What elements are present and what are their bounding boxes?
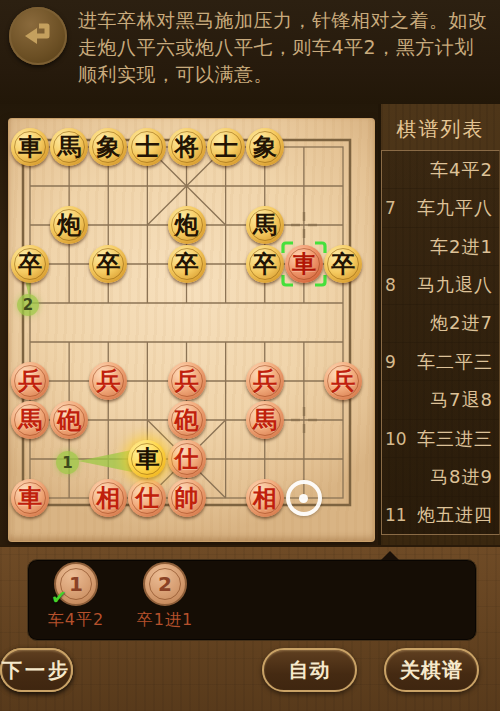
variation-label: 卒1进1 <box>137 610 193 631</box>
move-text: 车2进1 <box>412 235 499 259</box>
piece-black-象[interactable]: 象 <box>89 128 127 166</box>
move-row[interactable]: 车4平2 <box>382 151 499 189</box>
piece-black-卒[interactable]: 卒 <box>11 245 49 283</box>
move-list-sidebar: 棋谱列表 车4平27车九平八车2进18马九退八炮2进79车二平三马7退810车三… <box>378 104 500 545</box>
piece-black-卒[interactable]: 卒 <box>246 245 284 283</box>
close-kifu-button[interactable]: 关棋谱 <box>384 648 479 692</box>
move-origin-ring-icon <box>286 480 322 516</box>
move-number: 11 <box>382 505 412 525</box>
move-text: 马8进9 <box>412 465 499 489</box>
piece-black-卒[interactable]: 卒 <box>89 245 127 283</box>
piece-black-卒[interactable]: 卒 <box>324 245 362 283</box>
move-list-title: 棋谱列表 <box>381 116 500 143</box>
piece-black-士[interactable]: 士 <box>207 128 245 166</box>
piece-red-相[interactable]: 相 <box>246 479 284 517</box>
move-text: 马7退8 <box>412 388 499 412</box>
move-text: 车4平2 <box>412 158 499 182</box>
move-row[interactable]: 11炮五进四 <box>382 497 499 534</box>
piece-red-兵[interactable]: 兵 <box>324 362 362 400</box>
piece-black-象[interactable]: 象 <box>246 128 284 166</box>
variation-label: 车4平2 <box>48 610 104 631</box>
move-row[interactable]: 马7退8 <box>382 381 499 419</box>
move-list-panel[interactable]: 车4平27车九平八车2进18马九退八炮2进79车二平三马7退810车三进三马8进… <box>381 150 500 535</box>
piece-black-馬[interactable]: 馬 <box>50 128 88 166</box>
move-text: 马九退八 <box>412 273 499 297</box>
panel-notch-icon <box>381 551 399 560</box>
top-commentary-bar: 进车卒林对黑马施加压力，针锋相对之着。如改走炮八平六或炮八平七，则车4平2，黑方… <box>0 0 500 104</box>
move-row[interactable]: 7车九平八 <box>382 189 499 227</box>
piece-black-将[interactable]: 将 <box>168 128 206 166</box>
hint-trail-1 <box>75 447 135 479</box>
move-number: 9 <box>382 352 412 372</box>
return-arrow-icon <box>18 16 58 56</box>
board-area: 12車馬象士将士象炮炮馬卒卒卒卒卒車車兵兵兵兵兵馬砲砲馬仕車相仕帥相 <box>0 104 378 545</box>
move-text: 炮五进四 <box>412 503 499 527</box>
piece-red-帥[interactable]: 帥 <box>168 479 206 517</box>
piece-red-砲[interactable]: 砲 <box>168 401 206 439</box>
hint-number-2[interactable]: 2 <box>17 294 39 316</box>
move-row[interactable]: 马8进9 <box>382 458 499 496</box>
green-check-icon: ✔ <box>51 586 67 608</box>
hint-number-1[interactable]: 1 <box>56 451 79 474</box>
next-step-button[interactable]: 下一步 <box>0 648 73 692</box>
piece-black-卒[interactable]: 卒 <box>168 245 206 283</box>
piece-red-兵[interactable]: 兵 <box>11 362 49 400</box>
move-number: 8 <box>382 275 412 295</box>
bottom-control-section: 1✔车4平22卒1进1 自动关棋谱上一步下一步 <box>0 545 500 711</box>
variation-option-2[interactable]: 2卒1进1 <box>121 562 209 638</box>
back-button[interactable] <box>9 7 67 65</box>
move-number: 10 <box>382 429 412 449</box>
piece-red-仕[interactable]: 仕 <box>168 440 206 478</box>
move-text: 车二平三 <box>412 350 499 374</box>
piece-black-炮[interactable]: 炮 <box>50 206 88 244</box>
variation-option-1[interactable]: 1✔车4平2 <box>32 562 120 638</box>
last-move-crosshair-icon <box>291 212 317 242</box>
piece-red-兵[interactable]: 兵 <box>89 362 127 400</box>
piece-red-兵[interactable]: 兵 <box>246 362 284 400</box>
piece-red-兵[interactable]: 兵 <box>168 362 206 400</box>
move-row[interactable]: 8马九退八 <box>382 266 499 304</box>
piece-black-車[interactable]: 車 <box>11 128 49 166</box>
last-move-crosshair-icon <box>291 407 317 437</box>
move-text: 车三进三 <box>412 427 499 451</box>
move-row[interactable]: 车2进1 <box>382 228 499 266</box>
piece-red-砲[interactable]: 砲 <box>50 401 88 439</box>
piece-black-炮[interactable]: 炮 <box>168 206 206 244</box>
move-text: 炮2进7 <box>412 311 499 335</box>
variation-badge[interactable]: 1✔ <box>54 562 98 606</box>
variation-badge[interactable]: 2 <box>143 562 187 606</box>
xiangqi-app: 进车卒林对黑马施加压力，针锋相对之着。如改走炮八平六或炮八平七，则车4平2，黑方… <box>0 0 500 711</box>
piece-red-馬[interactable]: 馬 <box>11 401 49 439</box>
move-number: 7 <box>382 198 412 218</box>
move-text: 车九平八 <box>412 196 499 220</box>
piece-black-馬[interactable]: 馬 <box>246 206 284 244</box>
piece-red-相[interactable]: 相 <box>89 479 127 517</box>
move-row[interactable]: 炮2进7 <box>382 305 499 343</box>
piece-red-車[interactable]: 車 <box>285 245 323 283</box>
variation-panel: 1✔车4平22卒1进1 <box>27 559 477 641</box>
move-row[interactable]: 10车三进三 <box>382 420 499 458</box>
piece-red-車[interactable]: 車 <box>11 479 49 517</box>
piece-red-馬[interactable]: 馬 <box>246 401 284 439</box>
commentary-text: 进车卒林对黑马施加压力，针锋相对之着。如改走炮八平六或炮八平七，则车4平2，黑方… <box>78 7 492 88</box>
auto-button[interactable]: 自动 <box>262 648 357 692</box>
move-row[interactable]: 9车二平三 <box>382 343 499 381</box>
